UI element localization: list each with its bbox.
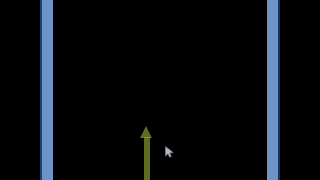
letterbox-left [0,0,40,180]
mouse-cursor-icon [165,146,174,158]
rank-label-strip-left [40,0,53,180]
rank-label-strip-right [267,0,280,180]
video-frame [0,0,320,180]
letterbox-right [280,0,320,180]
chess-board [53,0,267,180]
move-arrow-line [144,137,150,180]
